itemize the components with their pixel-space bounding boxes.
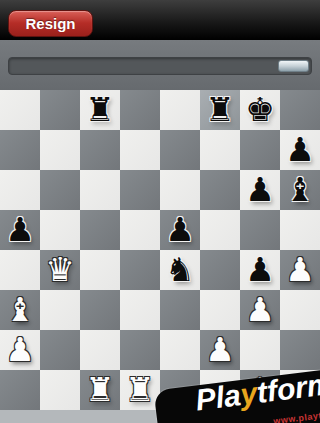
square-b7[interactable] bbox=[40, 130, 80, 170]
square-a4[interactable] bbox=[0, 250, 40, 290]
square-g3[interactable]: ♟ bbox=[240, 290, 280, 330]
square-a8[interactable] bbox=[0, 90, 40, 130]
square-b8[interactable] bbox=[40, 90, 80, 130]
square-e4[interactable]: ♞ bbox=[160, 250, 200, 290]
black-rook[interactable]: ♜ bbox=[80, 90, 120, 130]
square-a5[interactable]: ♟ bbox=[0, 210, 40, 250]
square-d2[interactable] bbox=[120, 330, 160, 370]
white-queen[interactable]: ♛ bbox=[40, 250, 80, 290]
square-h6[interactable]: ♝ bbox=[280, 170, 320, 210]
square-e6[interactable] bbox=[160, 170, 200, 210]
square-d6[interactable] bbox=[120, 170, 160, 210]
square-f7[interactable] bbox=[200, 130, 240, 170]
black-pawn[interactable]: ♟ bbox=[160, 210, 200, 250]
square-h4[interactable]: ♟ bbox=[280, 250, 320, 290]
square-d3[interactable] bbox=[120, 290, 160, 330]
square-c2[interactable] bbox=[80, 330, 120, 370]
square-h8[interactable] bbox=[280, 90, 320, 130]
progress-thumb[interactable] bbox=[278, 60, 309, 72]
square-h7[interactable]: ♟ bbox=[280, 130, 320, 170]
square-h3[interactable] bbox=[280, 290, 320, 330]
square-b2[interactable] bbox=[40, 330, 80, 370]
square-c6[interactable] bbox=[80, 170, 120, 210]
black-knight[interactable]: ♞ bbox=[160, 250, 200, 290]
watermark-url: www.playtform.net bbox=[273, 405, 320, 423]
square-d5[interactable] bbox=[120, 210, 160, 250]
square-e7[interactable] bbox=[160, 130, 200, 170]
top-bar: Resign bbox=[0, 0, 320, 40]
white-pawn[interactable]: ♟ bbox=[280, 250, 320, 290]
square-g7[interactable] bbox=[240, 130, 280, 170]
square-f4[interactable] bbox=[200, 250, 240, 290]
square-d7[interactable] bbox=[120, 130, 160, 170]
app-screen: Resign ♜♜♚♟♟♝♟♟♛♞♟♟♝♟♟♟♜♜♚ Playtform www… bbox=[0, 0, 320, 423]
black-pawn[interactable]: ♟ bbox=[280, 130, 320, 170]
square-a7[interactable] bbox=[0, 130, 40, 170]
square-a2[interactable]: ♟ bbox=[0, 330, 40, 370]
square-c7[interactable] bbox=[80, 130, 120, 170]
square-b4[interactable]: ♛ bbox=[40, 250, 80, 290]
square-g6[interactable]: ♟ bbox=[240, 170, 280, 210]
square-h2[interactable] bbox=[280, 330, 320, 370]
square-e3[interactable] bbox=[160, 290, 200, 330]
square-g8[interactable]: ♚ bbox=[240, 90, 280, 130]
square-g4[interactable]: ♟ bbox=[240, 250, 280, 290]
chess-board[interactable]: ♜♜♚♟♟♝♟♟♛♞♟♟♝♟♟♟♜♜♚ bbox=[0, 90, 320, 410]
white-rook[interactable]: ♜ bbox=[80, 370, 120, 410]
black-bishop[interactable]: ♝ bbox=[280, 170, 320, 210]
square-d8[interactable] bbox=[120, 90, 160, 130]
square-e8[interactable] bbox=[160, 90, 200, 130]
square-e5[interactable]: ♟ bbox=[160, 210, 200, 250]
progress-panel bbox=[0, 40, 320, 90]
square-c1[interactable]: ♜ bbox=[80, 370, 120, 410]
square-c3[interactable] bbox=[80, 290, 120, 330]
square-f2[interactable]: ♟ bbox=[200, 330, 240, 370]
square-f3[interactable] bbox=[200, 290, 240, 330]
square-f8[interactable]: ♜ bbox=[200, 90, 240, 130]
square-c4[interactable] bbox=[80, 250, 120, 290]
black-king[interactable]: ♚ bbox=[240, 90, 280, 130]
white-pawn[interactable]: ♟ bbox=[200, 330, 240, 370]
square-h5[interactable] bbox=[280, 210, 320, 250]
black-pawn[interactable]: ♟ bbox=[0, 210, 40, 250]
square-e2[interactable] bbox=[160, 330, 200, 370]
progress-bar[interactable] bbox=[8, 57, 312, 75]
white-pawn[interactable]: ♟ bbox=[0, 330, 40, 370]
square-f6[interactable] bbox=[200, 170, 240, 210]
black-pawn[interactable]: ♟ bbox=[240, 250, 280, 290]
resign-button[interactable]: Resign bbox=[8, 10, 93, 37]
square-c5[interactable] bbox=[80, 210, 120, 250]
square-c8[interactable]: ♜ bbox=[80, 90, 120, 130]
square-b6[interactable] bbox=[40, 170, 80, 210]
black-pawn[interactable]: ♟ bbox=[240, 170, 280, 210]
square-f5[interactable] bbox=[200, 210, 240, 250]
square-a1[interactable] bbox=[0, 370, 40, 410]
square-b1[interactable] bbox=[40, 370, 80, 410]
square-d4[interactable] bbox=[120, 250, 160, 290]
square-a3[interactable]: ♝ bbox=[0, 290, 40, 330]
square-b3[interactable] bbox=[40, 290, 80, 330]
black-rook[interactable]: ♜ bbox=[200, 90, 240, 130]
square-g5[interactable] bbox=[240, 210, 280, 250]
square-b5[interactable] bbox=[40, 210, 80, 250]
white-pawn[interactable]: ♟ bbox=[240, 290, 280, 330]
white-bishop[interactable]: ♝ bbox=[0, 290, 40, 330]
square-g2[interactable] bbox=[240, 330, 280, 370]
square-a6[interactable] bbox=[0, 170, 40, 210]
